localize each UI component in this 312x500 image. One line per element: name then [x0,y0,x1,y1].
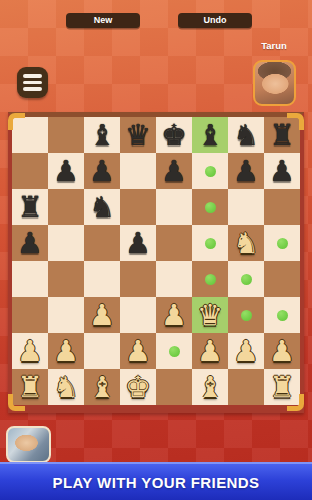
square-g5[interactable]: ♞ [228,225,264,261]
square-b7[interactable]: ♟ [48,153,84,189]
square-f1[interactable]: ♝ [192,369,228,405]
square-e6[interactable] [156,189,192,225]
square-g1[interactable] [228,369,264,405]
white-pawn: ♟ [156,297,192,333]
white-bishop: ♝ [192,369,228,405]
square-a6[interactable]: ♜ [12,189,48,225]
black-bishop: ♝ [192,117,228,153]
corner-bracket-bottom-right [287,394,304,411]
square-e7[interactable]: ♟ [156,153,192,189]
black-pawn: ♟ [264,153,300,189]
white-pawn: ♟ [120,333,156,369]
white-pawn: ♟ [84,297,120,333]
square-g7[interactable]: ♟ [228,153,264,189]
white-pawn: ♟ [12,333,48,369]
square-e4[interactable] [156,261,192,297]
square-c4[interactable] [84,261,120,297]
square-d5[interactable]: ♟ [120,225,156,261]
black-pawn: ♟ [84,153,120,189]
square-h2[interactable]: ♟ [264,333,300,369]
square-a2[interactable]: ♟ [12,333,48,369]
square-b5[interactable] [48,225,84,261]
square-a3[interactable] [12,297,48,333]
square-b6[interactable] [48,189,84,225]
move-dot[interactable] [205,202,216,213]
player-name: Tarun [244,40,304,51]
player-avatar[interactable] [253,60,296,106]
undo-button[interactable]: Undo [178,13,252,28]
square-d3[interactable] [120,297,156,333]
square-c3[interactable]: ♟ [84,297,120,333]
square-e3[interactable]: ♟ [156,297,192,333]
square-g4[interactable] [228,261,264,297]
square-c7[interactable]: ♟ [84,153,120,189]
square-c6[interactable]: ♞ [84,189,120,225]
corner-bracket-top-left [8,113,25,130]
square-a7[interactable] [12,153,48,189]
square-b8[interactable] [48,117,84,153]
square-c5[interactable] [84,225,120,261]
black-rook: ♜ [12,189,48,225]
square-a4[interactable] [12,261,48,297]
move-dot[interactable] [277,238,288,249]
new-button[interactable]: New [66,13,140,28]
white-knight: ♞ [228,225,264,261]
white-knight: ♞ [48,369,84,405]
white-pawn: ♟ [192,333,228,369]
move-dot[interactable] [277,310,288,321]
menu-button[interactable] [17,67,48,98]
square-d4[interactable] [120,261,156,297]
square-d8[interactable]: ♛ [120,117,156,153]
square-e1[interactable] [156,369,192,405]
friend-avatar[interactable] [6,426,51,463]
square-f2[interactable]: ♟ [192,333,228,369]
square-b4[interactable] [48,261,84,297]
square-g8[interactable]: ♞ [228,117,264,153]
square-a5[interactable]: ♟ [12,225,48,261]
black-pawn: ♟ [120,225,156,261]
black-pawn: ♟ [156,153,192,189]
move-dot[interactable] [205,166,216,177]
black-queen: ♛ [120,117,156,153]
white-queen: ♛ [192,297,228,333]
square-c2[interactable] [84,333,120,369]
square-f7[interactable] [192,153,228,189]
square-h6[interactable] [264,189,300,225]
board-grid: ♝♛♚♝♞♜♟♟♟♟♟♜♞♟♟♞♟♟♛♟♟♟♟♟♟♜♞♝♚♝♜ [12,117,300,405]
white-bishop: ♝ [84,369,120,405]
square-e5[interactable] [156,225,192,261]
corner-bracket-top-right [287,113,304,130]
square-d2[interactable]: ♟ [120,333,156,369]
corner-bracket-bottom-left [8,394,25,411]
square-h7[interactable]: ♟ [264,153,300,189]
move-dot[interactable] [205,238,216,249]
move-dot[interactable] [241,274,252,285]
play-with-friends-banner[interactable]: PLAY WITH YOUR FRIENDS [0,462,312,500]
square-f6[interactable] [192,189,228,225]
square-d1[interactable]: ♚ [120,369,156,405]
move-dot[interactable] [169,346,180,357]
chess-board[interactable]: ♝♛♚♝♞♜♟♟♟♟♟♜♞♟♟♞♟♟♛♟♟♟♟♟♟♜♞♝♚♝♜ [8,112,304,413]
square-c1[interactable]: ♝ [84,369,120,405]
square-d7[interactable] [120,153,156,189]
white-pawn: ♟ [264,333,300,369]
black-pawn: ♟ [12,225,48,261]
square-f4[interactable] [192,261,228,297]
black-bishop: ♝ [84,117,120,153]
square-h4[interactable] [264,261,300,297]
black-pawn: ♟ [228,153,264,189]
square-e2[interactable] [156,333,192,369]
square-g6[interactable] [228,189,264,225]
white-pawn: ♟ [48,333,84,369]
square-f8[interactable]: ♝ [192,117,228,153]
square-h5[interactable] [264,225,300,261]
square-b2[interactable]: ♟ [48,333,84,369]
black-knight: ♞ [228,117,264,153]
black-king: ♚ [156,117,192,153]
square-g2[interactable]: ♟ [228,333,264,369]
black-pawn: ♟ [48,153,84,189]
black-knight: ♞ [84,189,120,225]
square-d6[interactable] [120,189,156,225]
square-f3[interactable]: ♛ [192,297,228,333]
move-dot[interactable] [205,274,216,285]
square-b1[interactable]: ♞ [48,369,84,405]
square-c8[interactable]: ♝ [84,117,120,153]
square-e8[interactable]: ♚ [156,117,192,153]
white-king: ♚ [120,369,156,405]
square-g3[interactable] [228,297,264,333]
square-b3[interactable] [48,297,84,333]
white-pawn: ♟ [228,333,264,369]
square-h3[interactable] [264,297,300,333]
square-f5[interactable] [192,225,228,261]
move-dot[interactable] [241,310,252,321]
banner-label: PLAY WITH YOUR FRIENDS [53,474,260,491]
